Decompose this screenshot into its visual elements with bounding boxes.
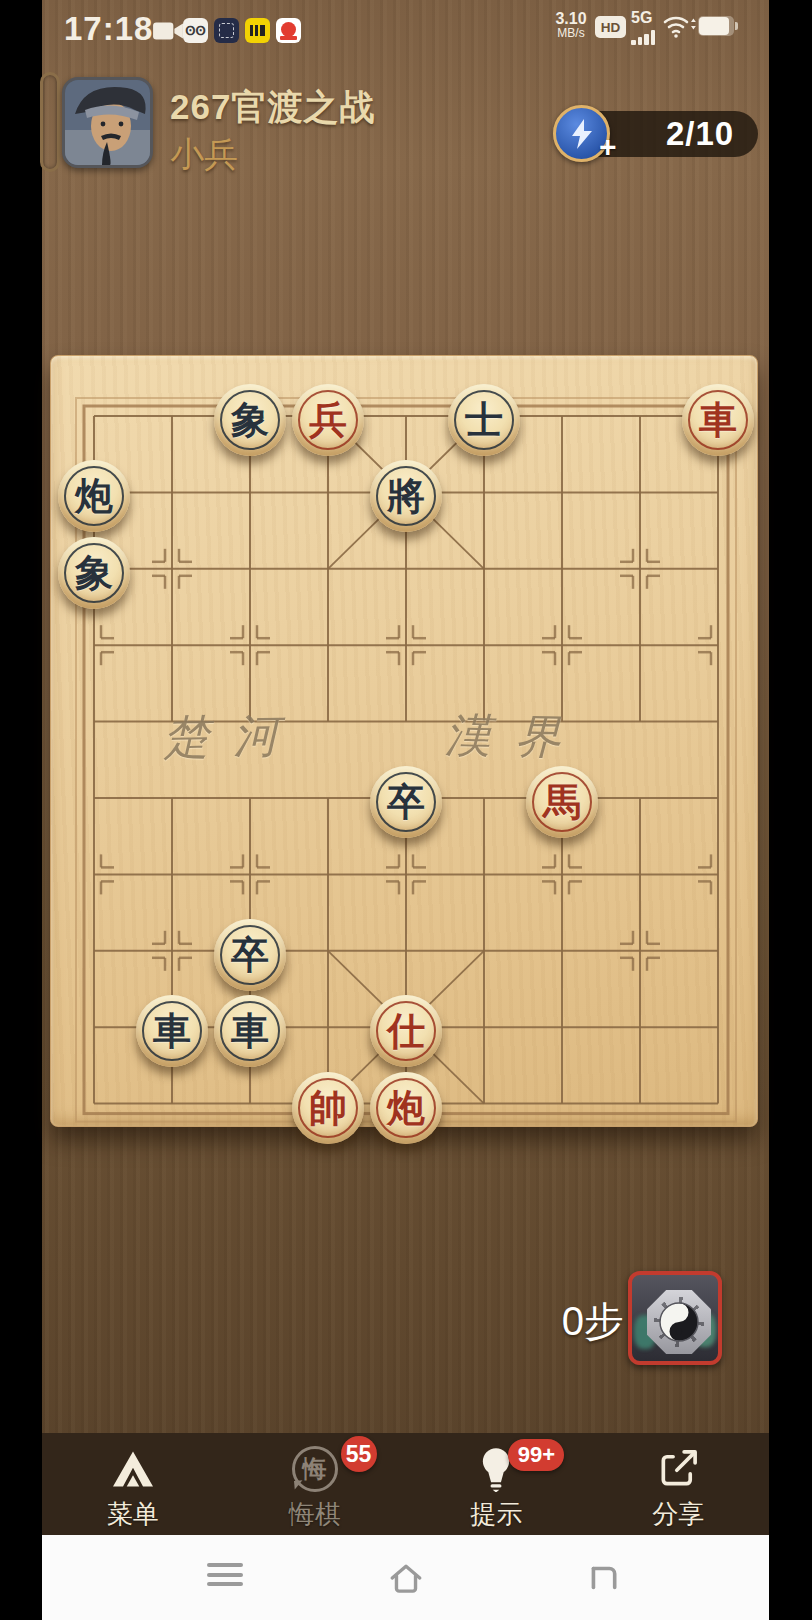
- screen-record-icon: [152, 20, 184, 46]
- piece-ring: [688, 390, 748, 450]
- piece-black-象[interactable]: 象: [58, 537, 130, 609]
- screenshot-stage: 17:18 ꙨꙨ 3.10 MB/s HD 5G: [0, 0, 812, 1620]
- avatar-frame-ornament: [40, 72, 60, 172]
- menu-button[interactable]: 菜单: [42, 1433, 224, 1535]
- move-counter: 0步: [512, 1294, 624, 1349]
- piece-black-象[interactable]: 象: [214, 384, 286, 456]
- undo-badge: 55: [341, 1436, 377, 1472]
- hint-button[interactable]: 提示 99+: [406, 1433, 588, 1535]
- xiangqi-board: 楚河 漢界 象兵士車炮將象卒馬卒車車仕帥炮: [50, 355, 758, 1127]
- bottom-toolbar: 菜单 悔 悔棋 55 提示 99+: [42, 1433, 769, 1535]
- hint-label: 提示: [470, 1497, 522, 1532]
- undo-icon: 悔: [292, 1443, 338, 1495]
- pieces-layer: 象兵士車炮將象卒馬卒車車仕帥炮: [51, 356, 757, 1126]
- piece-ring: [376, 1001, 436, 1061]
- piece-red-馬[interactable]: 馬: [526, 766, 598, 838]
- hd-badge-icon: HD: [595, 16, 626, 38]
- general-portrait-image: [65, 80, 150, 165]
- energy-count-text: 2/10: [642, 111, 758, 157]
- menu-icon: [110, 1443, 156, 1495]
- undo-button[interactable]: 悔 悔棋 55: [224, 1433, 406, 1535]
- notification-app-icon-3: [245, 18, 270, 43]
- network-speed: 3.10 MB/s: [550, 11, 592, 39]
- share-icon: [656, 1443, 700, 1495]
- piece-ring: [298, 390, 358, 450]
- battery-icon: [698, 16, 734, 36]
- piece-red-帥[interactable]: 帥: [292, 1072, 364, 1144]
- difficulty-label: 小兵: [170, 132, 238, 178]
- piece-ring: [376, 466, 436, 526]
- piece-ring: [64, 466, 124, 526]
- piece-black-炮[interactable]: 炮: [58, 460, 130, 532]
- clock-time: 17:18: [64, 10, 153, 48]
- energy-plus-icon: +: [599, 130, 617, 164]
- notification-app-icon-1: ꙨꙨ: [183, 18, 208, 43]
- android-nav-bar: [42, 1535, 769, 1620]
- piece-black-卒[interactable]: 卒: [214, 919, 286, 991]
- signal-bars-icon: [631, 30, 655, 45]
- piece-black-士[interactable]: 士: [448, 384, 520, 456]
- bagua-yinyang-button[interactable]: [628, 1271, 722, 1365]
- menu-label: 菜单: [107, 1497, 159, 1532]
- notification-app-icon-2: [214, 18, 239, 43]
- piece-ring: [220, 390, 280, 450]
- piece-ring: [376, 1078, 436, 1138]
- share-button[interactable]: 分享: [587, 1433, 769, 1535]
- piece-ring: [532, 772, 592, 832]
- home-icon[interactable]: [388, 1563, 424, 1599]
- undo-label: 悔棋: [289, 1497, 341, 1532]
- piece-ring: [64, 543, 124, 603]
- piece-black-車[interactable]: 車: [136, 995, 208, 1067]
- notification-app-icon-4: [276, 18, 301, 43]
- avatar[interactable]: [62, 77, 153, 168]
- piece-red-炮[interactable]: 炮: [370, 1072, 442, 1144]
- piece-ring: [454, 390, 514, 450]
- hint-badge: 99+: [508, 1439, 564, 1471]
- piece-black-將[interactable]: 將: [370, 460, 442, 532]
- piece-red-仕[interactable]: 仕: [370, 995, 442, 1067]
- piece-ring: [298, 1078, 358, 1138]
- piece-red-兵[interactable]: 兵: [292, 384, 364, 456]
- piece-ring: [376, 772, 436, 832]
- game-screen: 17:18 ꙨꙨ 3.10 MB/s HD 5G: [42, 0, 769, 1620]
- piece-ring: [142, 1001, 202, 1061]
- piece-black-卒[interactable]: 卒: [370, 766, 442, 838]
- piece-red-車[interactable]: 車: [682, 384, 754, 456]
- wifi-icon: [662, 13, 696, 43]
- network-type: 5G: [631, 9, 652, 27]
- back-icon[interactable]: [586, 1563, 620, 1597]
- piece-ring: [220, 1001, 280, 1061]
- share-label: 分享: [652, 1497, 704, 1532]
- piece-ring: [220, 925, 280, 985]
- piece-black-車[interactable]: 車: [214, 995, 286, 1067]
- level-title: 267官渡之战: [170, 84, 375, 131]
- recents-icon[interactable]: [207, 1563, 243, 1586]
- yinyang-icon: [659, 1302, 699, 1346]
